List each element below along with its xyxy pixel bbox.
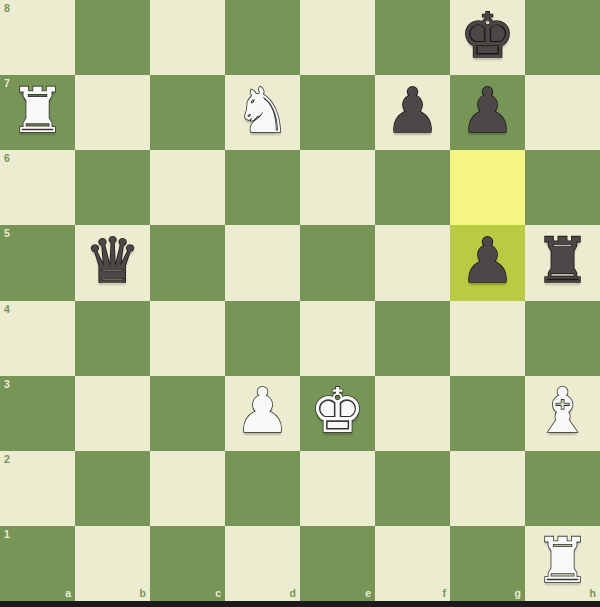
square-d1[interactable]: d xyxy=(225,526,300,601)
white-king-e3[interactable]: ♚ xyxy=(310,380,366,442)
square-g3[interactable] xyxy=(450,376,525,451)
square-g2[interactable] xyxy=(450,451,525,526)
file-label-b: b xyxy=(140,588,146,599)
square-h8[interactable] xyxy=(525,0,600,75)
square-b2[interactable] xyxy=(75,451,150,526)
chess-board-area: 8♚7♜♞♟♟65♛♟♜43♟♚♝21abcdefgh♜ xyxy=(0,0,600,607)
square-d8[interactable] xyxy=(225,0,300,75)
square-e8[interactable] xyxy=(300,0,375,75)
white-pawn-d3[interactable]: ♟ xyxy=(235,380,291,442)
square-f3[interactable] xyxy=(375,376,450,451)
square-d6[interactable] xyxy=(225,150,300,225)
file-label-h: h xyxy=(590,588,596,599)
square-h7[interactable] xyxy=(525,75,600,150)
black-pawn-g7[interactable]: ♟ xyxy=(460,80,516,142)
white-rook-h1[interactable]: ♜ xyxy=(535,530,591,592)
rank-label-3: 3 xyxy=(4,379,10,390)
square-a1[interactable]: 1a xyxy=(0,526,75,601)
board-bottom-strip xyxy=(0,601,600,607)
white-knight-d7[interactable]: ♞ xyxy=(235,80,291,142)
square-h5[interactable]: ♜ xyxy=(525,225,600,300)
square-c3[interactable] xyxy=(150,376,225,451)
square-b8[interactable] xyxy=(75,0,150,75)
square-c6[interactable] xyxy=(150,150,225,225)
black-queen-b5[interactable]: ♛ xyxy=(85,230,141,292)
square-g8[interactable]: ♚ xyxy=(450,0,525,75)
rank-label-4: 4 xyxy=(4,304,10,315)
square-h1[interactable]: h♜ xyxy=(525,526,600,601)
square-a5[interactable]: 5 xyxy=(0,225,75,300)
square-b1[interactable]: b xyxy=(75,526,150,601)
square-h6[interactable] xyxy=(525,150,600,225)
square-a3[interactable]: 3 xyxy=(0,376,75,451)
chess-board: 8♚7♜♞♟♟65♛♟♜43♟♚♝21abcdefgh♜ xyxy=(0,0,600,601)
square-c5[interactable] xyxy=(150,225,225,300)
square-f4[interactable] xyxy=(375,301,450,376)
square-b3[interactable] xyxy=(75,376,150,451)
square-g5[interactable]: ♟ xyxy=(450,225,525,300)
square-b5[interactable]: ♛ xyxy=(75,225,150,300)
rank-label-1: 1 xyxy=(4,529,10,540)
black-rook-h5[interactable]: ♜ xyxy=(535,230,591,292)
square-g1[interactable]: g xyxy=(450,526,525,601)
black-king-g8[interactable]: ♚ xyxy=(460,5,516,67)
file-label-c: c xyxy=(215,588,221,599)
square-e7[interactable] xyxy=(300,75,375,150)
square-f2[interactable] xyxy=(375,451,450,526)
white-rook-a7[interactable]: ♜ xyxy=(10,80,66,142)
black-pawn-f7[interactable]: ♟ xyxy=(385,80,441,142)
rank-label-5: 5 xyxy=(4,228,10,239)
file-label-a: a xyxy=(65,588,71,599)
square-e1[interactable]: e xyxy=(300,526,375,601)
rank-label-2: 2 xyxy=(4,454,10,465)
square-d2[interactable] xyxy=(225,451,300,526)
rank-label-8: 8 xyxy=(4,3,10,14)
square-g4[interactable] xyxy=(450,301,525,376)
square-d7[interactable]: ♞ xyxy=(225,75,300,150)
square-c8[interactable] xyxy=(150,0,225,75)
square-f8[interactable] xyxy=(375,0,450,75)
rank-label-6: 6 xyxy=(4,153,10,164)
square-b7[interactable] xyxy=(75,75,150,150)
file-label-f: f xyxy=(443,588,447,599)
square-d4[interactable] xyxy=(225,301,300,376)
square-a4[interactable]: 4 xyxy=(0,301,75,376)
square-c1[interactable]: c xyxy=(150,526,225,601)
square-c7[interactable] xyxy=(150,75,225,150)
file-label-g: g xyxy=(515,588,521,599)
square-e5[interactable] xyxy=(300,225,375,300)
square-g7[interactable]: ♟ xyxy=(450,75,525,150)
square-e2[interactable] xyxy=(300,451,375,526)
square-f5[interactable] xyxy=(375,225,450,300)
square-b6[interactable] xyxy=(75,150,150,225)
square-g6[interactable] xyxy=(450,150,525,225)
file-label-d: d xyxy=(290,588,296,599)
square-a6[interactable]: 6 xyxy=(0,150,75,225)
square-f7[interactable]: ♟ xyxy=(375,75,450,150)
square-a2[interactable]: 2 xyxy=(0,451,75,526)
square-b4[interactable] xyxy=(75,301,150,376)
black-pawn-g5[interactable]: ♟ xyxy=(460,230,516,292)
square-h4[interactable] xyxy=(525,301,600,376)
square-d3[interactable]: ♟ xyxy=(225,376,300,451)
square-c2[interactable] xyxy=(150,451,225,526)
square-f1[interactable]: f xyxy=(375,526,450,601)
file-label-e: e xyxy=(365,588,371,599)
square-h2[interactable] xyxy=(525,451,600,526)
square-e4[interactable] xyxy=(300,301,375,376)
square-a7[interactable]: 7♜ xyxy=(0,75,75,150)
square-a8[interactable]: 8 xyxy=(0,0,75,75)
square-e3[interactable]: ♚ xyxy=(300,376,375,451)
white-bishop-h3[interactable]: ♝ xyxy=(535,380,591,442)
square-d5[interactable] xyxy=(225,225,300,300)
square-c4[interactable] xyxy=(150,301,225,376)
square-h3[interactable]: ♝ xyxy=(525,376,600,451)
square-f6[interactable] xyxy=(375,150,450,225)
square-e6[interactable] xyxy=(300,150,375,225)
